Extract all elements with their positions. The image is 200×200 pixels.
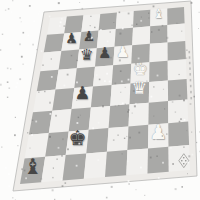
- edge-print-mark: [189, 67, 191, 69]
- black-bishop-a1[interactable]: ♝: [23, 155, 42, 176]
- edge-print-mark: [190, 85, 192, 87]
- square-f8[interactable]: [133, 10, 151, 28]
- square-b6[interactable]: [59, 50, 80, 70]
- brand-logo-dot: [183, 157, 185, 159]
- edge-print-mark: [190, 91, 192, 93]
- square-a6[interactable]: [40, 51, 61, 71]
- board-photo-scene: ♝♟♟♛♟♟♚♛♟♚♟♝: [0, 0, 200, 200]
- edge-print-mark: [190, 97, 192, 99]
- square-h4[interactable]: [168, 79, 188, 101]
- brand-logo-dot: [185, 160, 187, 162]
- square-g1[interactable]: [148, 147, 169, 174]
- white-pawn-e6[interactable]: ♟: [116, 45, 130, 60]
- square-d4[interactable]: [91, 85, 112, 108]
- square-h2[interactable]: [168, 122, 189, 147]
- square-c1[interactable]: [63, 154, 87, 181]
- square-e8[interactable]: [116, 11, 134, 29]
- edge-print-mark: [188, 51, 190, 53]
- square-h3[interactable]: [168, 100, 188, 124]
- square-g7[interactable]: [150, 25, 168, 44]
- square-f3[interactable]: [129, 103, 149, 127]
- square-f1[interactable]: [126, 148, 148, 175]
- edge-print-mark: [189, 73, 191, 75]
- square-d5[interactable]: [93, 65, 113, 86]
- square-g5[interactable]: [149, 61, 168, 82]
- edge-print-mark: [189, 56, 191, 58]
- square-e5[interactable]: [112, 64, 132, 85]
- brand-logo-dot: [183, 163, 185, 165]
- brand-logo-dot: [181, 160, 183, 162]
- square-e4[interactable]: [110, 84, 130, 106]
- square-g4[interactable]: [149, 80, 168, 102]
- square-f7[interactable]: [132, 26, 150, 45]
- square-h7[interactable]: [167, 24, 185, 43]
- square-b2[interactable]: [45, 131, 68, 156]
- square-a8[interactable]: [47, 17, 67, 35]
- edge-print-mark: [190, 79, 192, 81]
- square-h8[interactable]: [167, 7, 184, 25]
- white-bishop-g8[interactable]: ♝: [153, 8, 164, 21]
- square-h6[interactable]: [168, 41, 186, 61]
- black-pawn-b7[interactable]: ♟: [65, 32, 77, 46]
- white-queen-f4[interactable]: ♛: [132, 81, 148, 99]
- square-d2[interactable]: [86, 128, 108, 153]
- square-d1[interactable]: [84, 152, 107, 179]
- black-queen-c6[interactable]: ♛: [80, 47, 94, 62]
- white-king-f5[interactable]: ♚: [133, 61, 148, 77]
- square-g6[interactable]: [150, 42, 168, 62]
- edge-print-mark: [189, 62, 191, 64]
- square-b1[interactable]: [41, 155, 65, 182]
- square-d3[interactable]: [89, 106, 111, 130]
- square-b4[interactable]: [52, 88, 74, 111]
- black-pawn-c4[interactable]: ♟: [75, 85, 91, 103]
- black-king-c2[interactable]: ♚: [68, 128, 86, 148]
- square-a7[interactable]: [44, 33, 64, 52]
- square-e1[interactable]: [105, 150, 127, 177]
- square-f2[interactable]: [127, 125, 148, 150]
- black-pawn-c7[interactable]: ♟: [83, 30, 95, 44]
- square-e3[interactable]: [109, 104, 130, 128]
- white-pawn-g2[interactable]: ♟: [149, 121, 167, 141]
- square-e2[interactable]: [107, 127, 129, 152]
- square-h5[interactable]: [168, 59, 187, 80]
- black-pawn-d6[interactable]: ♟: [98, 46, 112, 61]
- square-d8[interactable]: [99, 13, 117, 31]
